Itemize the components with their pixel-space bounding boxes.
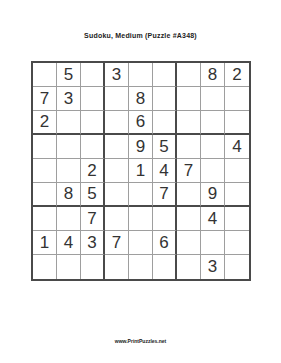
cell-r9c3[interactable] (81, 255, 105, 279)
cell-r7c6[interactable] (153, 207, 177, 231)
cell-r5c4[interactable] (105, 159, 129, 183)
cell-r4c5[interactable]: 9 (129, 135, 153, 159)
cell-r6c3[interactable]: 5 (81, 183, 105, 207)
cell-r1c6[interactable] (153, 63, 177, 87)
cell-r8c5[interactable] (129, 231, 153, 255)
puzzle-title: Sudoku, Medium (Puzzle #A348) (0, 32, 281, 39)
cell-r8c9[interactable] (225, 231, 249, 255)
cell-r5c9[interactable] (225, 159, 249, 183)
cell-r9c7[interactable] (177, 255, 201, 279)
cell-r2c8[interactable] (201, 87, 225, 111)
cell-r1c2[interactable]: 5 (57, 63, 81, 87)
cell-r7c3[interactable]: 7 (81, 207, 105, 231)
cell-r2c7[interactable] (177, 87, 201, 111)
cell-r2c2[interactable]: 3 (57, 87, 81, 111)
cell-r2c1[interactable]: 7 (33, 87, 57, 111)
cell-r6c6[interactable]: 7 (153, 183, 177, 207)
cell-r7c1[interactable] (33, 207, 57, 231)
cell-r8c1[interactable]: 1 (33, 231, 57, 255)
cell-r1c5[interactable] (129, 63, 153, 87)
puzzle-page: Sudoku, Medium (Puzzle #A348) 5382738269… (0, 0, 281, 363)
cell-r8c2[interactable]: 4 (57, 231, 81, 255)
cell-r9c8[interactable]: 3 (201, 255, 225, 279)
cell-r7c2[interactable] (57, 207, 81, 231)
cell-r3c7[interactable] (177, 111, 201, 135)
cell-r9c5[interactable] (129, 255, 153, 279)
cell-r4c9[interactable]: 4 (225, 135, 249, 159)
cell-r8c7[interactable] (177, 231, 201, 255)
cell-r7c5[interactable] (129, 207, 153, 231)
cell-r6c7[interactable] (177, 183, 201, 207)
cell-r2c6[interactable] (153, 87, 177, 111)
cell-r4c8[interactable] (201, 135, 225, 159)
cell-r6c9[interactable] (225, 183, 249, 207)
cell-r7c8[interactable]: 4 (201, 207, 225, 231)
cell-r6c8[interactable]: 9 (201, 183, 225, 207)
cell-r3c2[interactable] (57, 111, 81, 135)
cell-r3c6[interactable] (153, 111, 177, 135)
cell-r7c4[interactable] (105, 207, 129, 231)
cell-r6c1[interactable] (33, 183, 57, 207)
cell-r2c5[interactable]: 8 (129, 87, 153, 111)
cell-r4c7[interactable] (177, 135, 201, 159)
cell-r3c9[interactable] (225, 111, 249, 135)
cell-r6c2[interactable]: 8 (57, 183, 81, 207)
cell-r5c5[interactable]: 1 (129, 159, 153, 183)
cell-r4c6[interactable]: 5 (153, 135, 177, 159)
cell-r4c2[interactable] (57, 135, 81, 159)
cell-r1c9[interactable]: 2 (225, 63, 249, 87)
cell-r1c8[interactable]: 8 (201, 63, 225, 87)
cell-r3c8[interactable] (201, 111, 225, 135)
cell-r5c1[interactable] (33, 159, 57, 183)
cell-r9c4[interactable] (105, 255, 129, 279)
cell-r6c4[interactable] (105, 183, 129, 207)
cell-r2c9[interactable] (225, 87, 249, 111)
cell-r9c9[interactable] (225, 255, 249, 279)
sudoku-board: 5382738269542147857974143763 (31, 61, 251, 281)
cell-r6c5[interactable] (129, 183, 153, 207)
cell-r3c4[interactable] (105, 111, 129, 135)
cell-r9c6[interactable] (153, 255, 177, 279)
cell-r1c1[interactable] (33, 63, 57, 87)
cell-r5c7[interactable]: 7 (177, 159, 201, 183)
cell-r5c6[interactable]: 4 (153, 159, 177, 183)
cell-r7c9[interactable] (225, 207, 249, 231)
cell-r1c3[interactable] (81, 63, 105, 87)
cell-r1c7[interactable] (177, 63, 201, 87)
cell-r5c8[interactable] (201, 159, 225, 183)
cell-r8c6[interactable]: 6 (153, 231, 177, 255)
cell-r5c2[interactable] (57, 159, 81, 183)
cell-r9c1[interactable] (33, 255, 57, 279)
site-credit: www.PrintPuzzles.net (0, 338, 281, 344)
cell-r3c5[interactable]: 6 (129, 111, 153, 135)
cell-r9c2[interactable] (57, 255, 81, 279)
cell-r3c1[interactable]: 2 (33, 111, 57, 135)
cell-r8c4[interactable]: 7 (105, 231, 129, 255)
cell-r7c7[interactable] (177, 207, 201, 231)
cell-r3c3[interactable] (81, 111, 105, 135)
cell-r2c4[interactable] (105, 87, 129, 111)
cell-r1c4[interactable]: 3 (105, 63, 129, 87)
cell-r2c3[interactable] (81, 87, 105, 111)
cell-r4c1[interactable] (33, 135, 57, 159)
cell-r5c3[interactable]: 2 (81, 159, 105, 183)
cell-r8c8[interactable] (201, 231, 225, 255)
cell-r4c3[interactable] (81, 135, 105, 159)
cell-r8c3[interactable]: 3 (81, 231, 105, 255)
cell-r4c4[interactable] (105, 135, 129, 159)
